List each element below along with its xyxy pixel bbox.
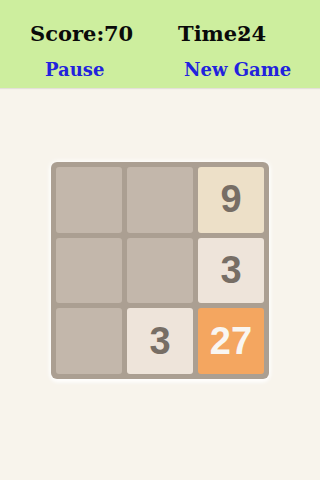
app-screen: Score: 70 Time: 24 Pause New Game 9 3 3 …	[0, 0, 320, 480]
game-board[interactable]: 9 3 3 27	[51, 162, 269, 379]
board-cell	[56, 308, 122, 374]
score-label: Score:	[30, 23, 104, 44]
board-cell	[127, 238, 193, 304]
pause-button[interactable]: Pause	[45, 61, 104, 79]
board-cell	[127, 167, 193, 233]
score-value: 70	[104, 23, 133, 44]
board-cell: 9	[198, 167, 264, 233]
new-game-button[interactable]: New Game	[184, 61, 291, 79]
board-cell: 3	[127, 308, 193, 374]
board-cell	[56, 238, 122, 304]
header-bar: Score: 70 Time: 24 Pause New Game	[0, 0, 320, 88]
time-value: 24	[237, 23, 266, 44]
board-cell	[56, 167, 122, 233]
board-cell: 3	[198, 238, 264, 304]
time-label: Time:	[178, 23, 245, 44]
board-cell: 27	[198, 308, 264, 374]
